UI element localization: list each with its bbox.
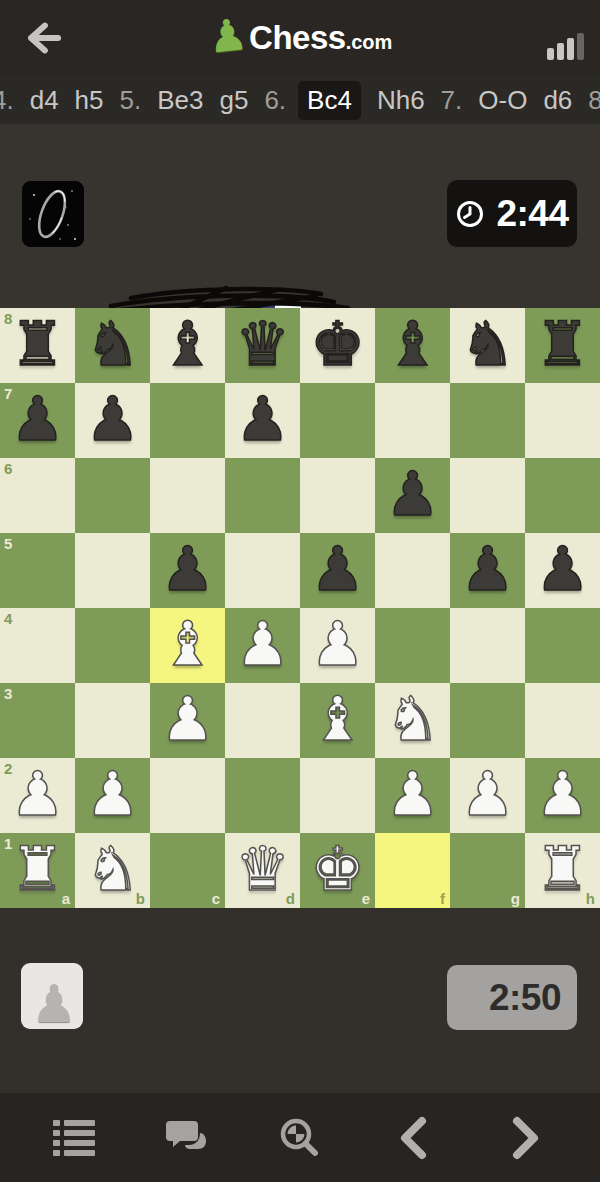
white-pawn-f2[interactable]: ♟ [385, 764, 440, 825]
black-king-e8[interactable]: ♚ [310, 314, 365, 375]
square-h7[interactable] [525, 383, 600, 458]
square-f7[interactable] [375, 383, 450, 458]
black-bishop-f8[interactable]: ♝ [385, 314, 440, 375]
square-c3[interactable]: ♟ [150, 683, 225, 758]
black-pawn-e5[interactable]: ♟ [310, 539, 365, 600]
white-knight-f3[interactable]: ♞ [385, 689, 440, 750]
black-pawn-g5[interactable]: ♟ [460, 539, 515, 600]
bottom-nav-bar [0, 1093, 600, 1182]
white-king-e1[interactable]: ♚ [310, 839, 365, 900]
previous-move-button[interactable] [387, 1112, 439, 1164]
square-a3[interactable]: 3 [0, 683, 75, 758]
file-label-g: g [511, 891, 520, 906]
square-b6[interactable] [75, 458, 150, 533]
square-h6[interactable] [525, 458, 600, 533]
white-knight-b1[interactable]: ♞ [85, 839, 140, 900]
square-g5[interactable]: ♟ [450, 533, 525, 608]
square-c1[interactable]: c [150, 833, 225, 908]
rank-label-6: 6 [4, 461, 12, 476]
signal-strength-icon [547, 33, 584, 60]
square-h4[interactable] [525, 608, 600, 683]
square-d6[interactable] [225, 458, 300, 533]
square-d3[interactable] [225, 683, 300, 758]
square-f4[interactable] [375, 608, 450, 683]
file-label-c: c [212, 891, 220, 906]
square-d1[interactable]: d♛ [225, 833, 300, 908]
square-g6[interactable] [450, 458, 525, 533]
square-a6[interactable]: 6 [0, 458, 75, 533]
square-c5[interactable]: ♟ [150, 533, 225, 608]
move-token-Nh6[interactable]: Nh6 [377, 85, 425, 116]
player-time: 2:50 [489, 977, 561, 1019]
black-knight-b8[interactable]: ♞ [85, 314, 140, 375]
move-token-5[interactable]: 5. [120, 85, 142, 116]
white-pawn-c3[interactable]: ♟ [160, 689, 215, 750]
white-pawn-g2[interactable]: ♟ [460, 764, 515, 825]
rank-label-4: 4 [4, 611, 12, 626]
square-b7[interactable]: ♟ [75, 383, 150, 458]
square-b4[interactable] [75, 608, 150, 683]
opponent-time: 2:44 [496, 193, 568, 235]
square-b3[interactable] [75, 683, 150, 758]
square-f3[interactable]: ♞ [375, 683, 450, 758]
square-g3[interactable] [450, 683, 525, 758]
default-pawn-avatar-icon: ♟ [31, 980, 78, 1029]
square-d7[interactable]: ♟ [225, 383, 300, 458]
square-e6[interactable] [300, 458, 375, 533]
square-f5[interactable] [375, 533, 450, 608]
white-bishop-e3[interactable]: ♝ [310, 689, 365, 750]
square-e1[interactable]: e♚ [300, 833, 375, 908]
square-e4[interactable]: ♟ [300, 608, 375, 683]
black-pawn-d7[interactable]: ♟ [235, 389, 290, 450]
analysis-button[interactable] [274, 1112, 326, 1164]
white-queen-d1[interactable]: ♛ [235, 839, 290, 900]
square-e7[interactable] [300, 383, 375, 458]
player-area: ♟ 2:50 [0, 908, 600, 1093]
black-pawn-b7[interactable]: ♟ [85, 389, 140, 450]
square-e2[interactable] [300, 758, 375, 833]
square-a1[interactable]: 1a♜ [0, 833, 75, 908]
move-token-O-O[interactable]: O-O [478, 85, 527, 116]
square-c7[interactable] [150, 383, 225, 458]
ring-photo [22, 181, 84, 247]
analysis-magnifier-icon [278, 1116, 322, 1160]
chess-board: 8♜♞♝♛♚♝♞♜7♟♟♟6♟5♟♟♟♟4♝♟♟3♟♝♞2♟♟♟♟♟1a♜b♞c… [0, 308, 600, 908]
white-pawn-b2[interactable]: ♟ [85, 764, 140, 825]
move-token-d6[interactable]: d6 [543, 85, 572, 116]
clock-icon [455, 199, 485, 229]
rank-label-3: 3 [4, 686, 12, 701]
move-token-6[interactable]: 6. [264, 85, 286, 116]
move-token-d4[interactable]: d4 [30, 85, 59, 116]
player-avatar[interactable]: ♟ [21, 963, 83, 1029]
logo-pawn-icon: ♟ [205, 12, 249, 60]
player-clock: 2:50 [447, 965, 577, 1030]
chat-button[interactable] [161, 1112, 213, 1164]
opponent-area: 2:44 [0, 124, 600, 308]
square-c2[interactable] [150, 758, 225, 833]
square-c8[interactable]: ♝ [150, 308, 225, 383]
square-c4[interactable]: ♝ [150, 608, 225, 683]
opponent-clock: 2:44 [447, 180, 577, 247]
black-queen-d8[interactable]: ♛ [235, 314, 290, 375]
square-b1[interactable]: b♞ [75, 833, 150, 908]
white-pawn-h2[interactable]: ♟ [535, 764, 590, 825]
moves-list-icon [53, 1120, 95, 1156]
move-token-7[interactable]: 7. [441, 85, 463, 116]
black-pawn-a7[interactable]: ♟ [10, 389, 65, 450]
square-a4[interactable]: 4 [0, 608, 75, 683]
square-d5[interactable] [225, 533, 300, 608]
chat-bubbles-icon [166, 1119, 208, 1157]
square-h3[interactable] [525, 683, 600, 758]
square-f2[interactable]: ♟ [375, 758, 450, 833]
logo-suffix: .com [346, 31, 393, 54]
move-token-8[interactable]: 8. [588, 85, 600, 116]
next-move-button[interactable] [500, 1112, 552, 1164]
square-e8[interactable]: ♚ [300, 308, 375, 383]
moves-list-button[interactable] [48, 1112, 100, 1164]
square-e5[interactable]: ♟ [300, 533, 375, 608]
rank-label-5: 5 [4, 536, 12, 551]
black-pawn-h5[interactable]: ♟ [535, 539, 590, 600]
square-d8[interactable]: ♛ [225, 308, 300, 383]
square-h5[interactable]: ♟ [525, 533, 600, 608]
square-a7[interactable]: 7♟ [0, 383, 75, 458]
square-d2[interactable] [225, 758, 300, 833]
square-a5[interactable]: 5 [0, 533, 75, 608]
square-g2[interactable]: ♟ [450, 758, 525, 833]
move-token-g5[interactable]: g5 [219, 85, 248, 116]
chevron-right-icon [511, 1116, 541, 1160]
move-token-Bc4[interactable]: Bc4 [298, 81, 361, 120]
white-rook-a1[interactable]: ♜ [10, 839, 65, 900]
square-h2[interactable]: ♟ [525, 758, 600, 833]
square-h8[interactable]: ♜ [525, 308, 600, 383]
file-label-f: f [440, 891, 445, 906]
white-rook-h1[interactable]: ♜ [535, 839, 590, 900]
square-c6[interactable] [150, 458, 225, 533]
white-pawn-a2[interactable]: ♟ [10, 764, 65, 825]
move-list-bar: 4.d4h55.Be3g56.Bc4Nh67.O-Od68.d5R [0, 76, 600, 124]
black-rook-a8[interactable]: ♜ [10, 314, 65, 375]
square-g4[interactable] [450, 608, 525, 683]
square-g8[interactable]: ♞ [450, 308, 525, 383]
square-f8[interactable]: ♝ [375, 308, 450, 383]
chesscom-logo: ♟ Chess.com [0, 0, 600, 76]
square-h1[interactable]: h♜ [525, 833, 600, 908]
square-f1[interactable]: f [375, 833, 450, 908]
square-g7[interactable] [450, 383, 525, 458]
square-a2[interactable]: 2♟ [0, 758, 75, 833]
square-e3[interactable]: ♝ [300, 683, 375, 758]
black-pawn-f6[interactable]: ♟ [385, 464, 440, 525]
move-token-h5[interactable]: h5 [75, 85, 104, 116]
white-bishop-c4[interactable]: ♝ [160, 614, 215, 675]
logo-title: Chess [249, 19, 346, 57]
white-pawn-d4[interactable]: ♟ [235, 614, 290, 675]
square-f6[interactable]: ♟ [375, 458, 450, 533]
chevron-left-icon [398, 1116, 428, 1160]
black-rook-h8[interactable]: ♜ [535, 314, 590, 375]
move-token-4[interactable]: 4. [0, 85, 14, 116]
black-pawn-c5[interactable]: ♟ [160, 539, 215, 600]
opponent-avatar[interactable] [22, 181, 84, 247]
black-knight-g8[interactable]: ♞ [460, 314, 515, 375]
square-b2[interactable]: ♟ [75, 758, 150, 833]
white-pawn-e4[interactable]: ♟ [310, 614, 365, 675]
black-bishop-c8[interactable]: ♝ [160, 314, 215, 375]
square-d4[interactable]: ♟ [225, 608, 300, 683]
top-bar: ♟ Chess.com [0, 0, 600, 76]
square-b5[interactable] [75, 533, 150, 608]
move-token-Be3[interactable]: Be3 [157, 85, 203, 116]
square-b8[interactable]: ♞ [75, 308, 150, 383]
square-g1[interactable]: g [450, 833, 525, 908]
square-a8[interactable]: 8♜ [0, 308, 75, 383]
